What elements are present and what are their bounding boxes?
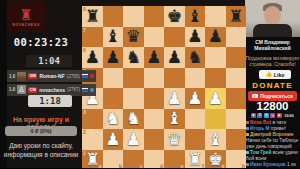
white-knight-b3: ♞ xyxy=(105,110,120,127)
channel-logo: ♜ NOVACHESS xyxy=(7,2,45,32)
opponent-rating: (2765) xyxy=(67,74,80,79)
white-queen-e2: ♛ xyxy=(167,131,182,148)
square-d4[interactable] xyxy=(144,88,165,109)
square-e6[interactable]: ♟ xyxy=(164,47,185,68)
chat-message: Дмитрий Воронин Начни себя по Таблице уж… xyxy=(245,132,300,150)
square-a2[interactable]: 2 xyxy=(82,129,103,150)
square-b1[interactable]: b xyxy=(103,150,124,169)
streamer-rating: (2767) xyxy=(67,87,80,92)
webcam-feed xyxy=(245,0,300,37)
square-e7[interactable] xyxy=(164,27,185,48)
chat-user-badge-icon xyxy=(246,127,249,130)
rank-label: 7 xyxy=(83,28,86,33)
social-count: 56/60 xyxy=(284,114,294,118)
white-knight-c3: ♞ xyxy=(126,110,141,127)
white-pawn-b2: ♟ xyxy=(105,131,120,148)
square-c1[interactable]: c xyxy=(123,150,144,169)
square-f8[interactable]: ♝ xyxy=(185,6,206,27)
black-bishop-b7: ♝ xyxy=(105,28,120,45)
square-d7[interactable] xyxy=(144,27,165,48)
black-pawn-b6: ♟ xyxy=(105,49,120,66)
rank-label: 2 xyxy=(83,130,86,135)
opponent-badge-icon xyxy=(90,74,94,78)
streamer-badge-icon xyxy=(90,88,94,92)
black-rook-h8: ♜ xyxy=(228,8,243,25)
streamer-score: 1.0 xyxy=(9,87,15,92)
square-f1[interactable]: f♜ xyxy=(185,150,206,169)
social-icons-row: ♞B✈◎▶56/60 xyxy=(245,113,300,118)
square-f5[interactable] xyxy=(185,68,206,89)
square-c6[interactable]: ♞ xyxy=(123,47,144,68)
thumbs-up-icon: 👍 xyxy=(265,72,272,78)
chess-board[interactable]: 8♜♚♝♜7♝♛♟♟6♟♟♞♟♟♞54♟♟♟♟3♞♞♝2♟♟♛♝1a♜bcdef… xyxy=(82,6,246,168)
rook-logo-icon: ♜ xyxy=(19,7,32,22)
square-a7[interactable]: 7 xyxy=(82,27,103,48)
black-knight-f6: ♞ xyxy=(187,49,202,66)
square-d6[interactable]: ♟ xyxy=(144,47,165,68)
youtube-play-icon xyxy=(252,94,258,99)
square-d1[interactable]: d xyxy=(144,150,165,169)
white-pawn-f4: ♟ xyxy=(187,90,202,107)
chat-username: Том Грей xyxy=(250,150,273,155)
like-label: Like xyxy=(274,72,285,78)
donate-button[interactable]: DONATE xyxy=(245,81,300,90)
square-e8[interactable]: ♚ xyxy=(164,6,185,27)
file-label: d xyxy=(160,164,163,168)
square-h7[interactable] xyxy=(226,27,247,48)
square-b5[interactable] xyxy=(103,68,124,89)
file-label: f xyxy=(202,164,204,168)
square-b8[interactable] xyxy=(103,6,124,27)
streamer-name: novachess xyxy=(39,87,65,93)
square-g3[interactable] xyxy=(205,109,226,130)
support-message-line2: стримера. Спасибо! xyxy=(245,61,300,67)
player-row-streamer[interactable]: 1.0 ♙ CM novachess (2767) xyxy=(7,84,96,96)
player-clock: 1:18 xyxy=(28,95,72,107)
streamer-avatar: ♙ xyxy=(17,85,26,94)
square-h1[interactable]: h xyxy=(226,150,247,169)
chat-user-badge-icon xyxy=(246,151,249,154)
file-label: a xyxy=(99,164,102,168)
white-bishop-g2: ♝ xyxy=(208,131,223,148)
opponent-name: Roman-NF xyxy=(39,73,64,79)
square-g2[interactable]: ♝ xyxy=(205,129,226,150)
square-h6[interactable] xyxy=(226,47,247,68)
vk-icon[interactable]: B xyxy=(257,113,262,118)
square-b6[interactable]: ♟ xyxy=(103,47,124,68)
square-g1[interactable]: g♚ xyxy=(205,150,226,169)
subscribe-label: Подписаться xyxy=(260,93,293,99)
opponent-flag-icon xyxy=(82,74,88,78)
chat-message: Иван Кузнецов 1 из 1 / есть xyxy=(245,162,300,168)
square-h3[interactable] xyxy=(226,109,247,130)
file-label: g xyxy=(221,164,224,168)
streamer-caption-line2: Михайловский xyxy=(245,45,300,51)
square-a1[interactable]: 1a♜ xyxy=(82,150,103,169)
square-b7[interactable]: ♝ xyxy=(103,27,124,48)
chat-text: привет xyxy=(271,126,286,131)
white-rook-f1: ♜ xyxy=(187,151,202,168)
square-e4[interactable]: ♟ xyxy=(164,88,185,109)
instagram-icon[interactable]: ◎ xyxy=(270,113,275,118)
black-pawn-f7: ♟ xyxy=(187,28,202,45)
black-pawn-e6: ♟ xyxy=(167,49,182,66)
square-a3[interactable]: 3 xyxy=(82,109,103,130)
square-f6[interactable]: ♞ xyxy=(185,47,206,68)
square-d5[interactable] xyxy=(144,68,165,89)
youtube-icon[interactable]: ▶ xyxy=(277,113,282,118)
lessons-announcement: Даю уроки по скайпу, информация в описан… xyxy=(0,142,82,159)
square-b4[interactable] xyxy=(103,88,124,109)
donation-progress-bar: 0 ₽ (0%) xyxy=(5,126,77,136)
like-button[interactable]: 👍 Like xyxy=(259,70,291,79)
square-f2[interactable] xyxy=(185,129,206,150)
opponent-clock: 1:04 xyxy=(26,55,72,67)
stream-uptime-timer: 00:23:23 xyxy=(0,36,82,48)
square-e2[interactable]: ♛ xyxy=(164,129,185,150)
chat-text: Начни себя по Таблице уже день говорящий xyxy=(246,138,298,149)
black-pawn-a6: ♟ xyxy=(85,49,100,66)
streamer-title-badge: CM xyxy=(28,87,37,93)
white-pawn-g4: ♟ xyxy=(208,90,223,107)
chat-username: Дмитрий Воронин xyxy=(250,132,293,137)
square-e1[interactable]: e xyxy=(164,150,185,169)
chat-user-badge-icon xyxy=(246,121,249,124)
file-label: h xyxy=(242,164,245,168)
opponent-title-badge: GM xyxy=(28,73,37,79)
square-f7[interactable]: ♟ xyxy=(185,27,206,48)
white-pawn-c2: ♟ xyxy=(126,131,141,148)
square-e3[interactable]: ♝ xyxy=(164,109,185,130)
file-label: b xyxy=(119,164,122,168)
player-row-opponent[interactable]: 1.0 GM Roman-NF (2765) xyxy=(7,70,96,82)
square-g4[interactable]: ♟ xyxy=(205,88,226,109)
chat-panel: Nova Bot в чатеИгорь М приветДмитрий Вор… xyxy=(245,120,300,168)
square-g7[interactable]: ♟ xyxy=(205,27,226,48)
square-g6[interactable] xyxy=(205,47,226,68)
black-king-e8: ♚ xyxy=(167,8,182,25)
streamer-body xyxy=(253,24,292,37)
opponent-score: 1.0 xyxy=(9,74,15,79)
chat-username: Nova Bot xyxy=(250,120,272,125)
streamer-flag-icon xyxy=(82,88,88,92)
square-c3[interactable]: ♞ xyxy=(123,109,144,130)
square-b3[interactable]: ♞ xyxy=(103,109,124,130)
chat-username: Иван Кузнецов xyxy=(250,162,287,167)
white-pawn-e4: ♟ xyxy=(167,90,182,107)
white-rook-a1: ♜ xyxy=(85,151,100,168)
square-a8[interactable]: 8♜ xyxy=(82,6,103,27)
square-h2[interactable] xyxy=(226,129,247,150)
square-c2[interactable]: ♟ xyxy=(123,129,144,150)
square-c7[interactable]: ♛ xyxy=(123,27,144,48)
chat-username: Игорь М xyxy=(250,126,271,131)
lessons-line-2: информация в описании xyxy=(0,151,82,160)
telegram-icon[interactable]: ✈ xyxy=(264,113,269,118)
rank-label: 1 xyxy=(83,151,86,156)
square-f3[interactable] xyxy=(185,109,206,130)
square-h5[interactable] xyxy=(226,68,247,89)
square-e5[interactable] xyxy=(164,68,185,89)
square-d3[interactable] xyxy=(144,109,165,130)
file-label: c xyxy=(140,164,143,168)
square-g5[interactable] xyxy=(205,68,226,89)
black-pawn-d6: ♟ xyxy=(146,49,161,66)
black-rook-a8: ♜ xyxy=(85,8,100,25)
square-h4[interactable] xyxy=(226,88,247,109)
square-c4[interactable] xyxy=(123,88,144,109)
black-knight-c6: ♞ xyxy=(126,49,141,66)
white-bishop-e3: ♝ xyxy=(167,110,182,127)
chat-text: в чате xyxy=(272,120,286,125)
black-bishop-f8: ♝ xyxy=(187,8,202,25)
square-f4[interactable]: ♟ xyxy=(185,88,206,109)
subscriber-count: 12800 xyxy=(245,100,300,112)
square-b2[interactable]: ♟ xyxy=(103,129,124,150)
rank-label: 3 xyxy=(83,110,86,115)
square-c8[interactable] xyxy=(123,6,144,27)
square-d8[interactable] xyxy=(144,6,165,27)
chat-user-badge-icon xyxy=(246,133,249,136)
square-c5[interactable] xyxy=(123,68,144,89)
square-h8[interactable]: ♜ xyxy=(226,6,247,27)
opponent-avatar xyxy=(17,72,26,81)
chess-icon[interactable]: ♞ xyxy=(251,113,256,118)
black-pawn-g7: ♟ xyxy=(208,28,223,45)
channel-logo-text: NOVACHESS xyxy=(12,23,39,27)
chat-message: Том Грей всем удачи бой всем xyxy=(245,150,300,162)
chat-user-badge-icon xyxy=(246,163,249,166)
streamer-face xyxy=(264,6,281,25)
square-a6[interactable]: 6♟ xyxy=(82,47,103,68)
stream-overlay: ♜ NOVACHESS 00:23:23 1:04 1.0 GM Roman-N… xyxy=(0,0,300,168)
file-label: e xyxy=(181,164,184,168)
rank-label: 8 xyxy=(83,7,86,12)
square-g8[interactable] xyxy=(205,6,226,27)
rank-label: 6 xyxy=(83,48,86,53)
black-queen-c7: ♛ xyxy=(126,28,141,45)
lessons-line-1: Даю уроки по скайпу, xyxy=(0,142,82,151)
square-d2[interactable] xyxy=(144,129,165,150)
